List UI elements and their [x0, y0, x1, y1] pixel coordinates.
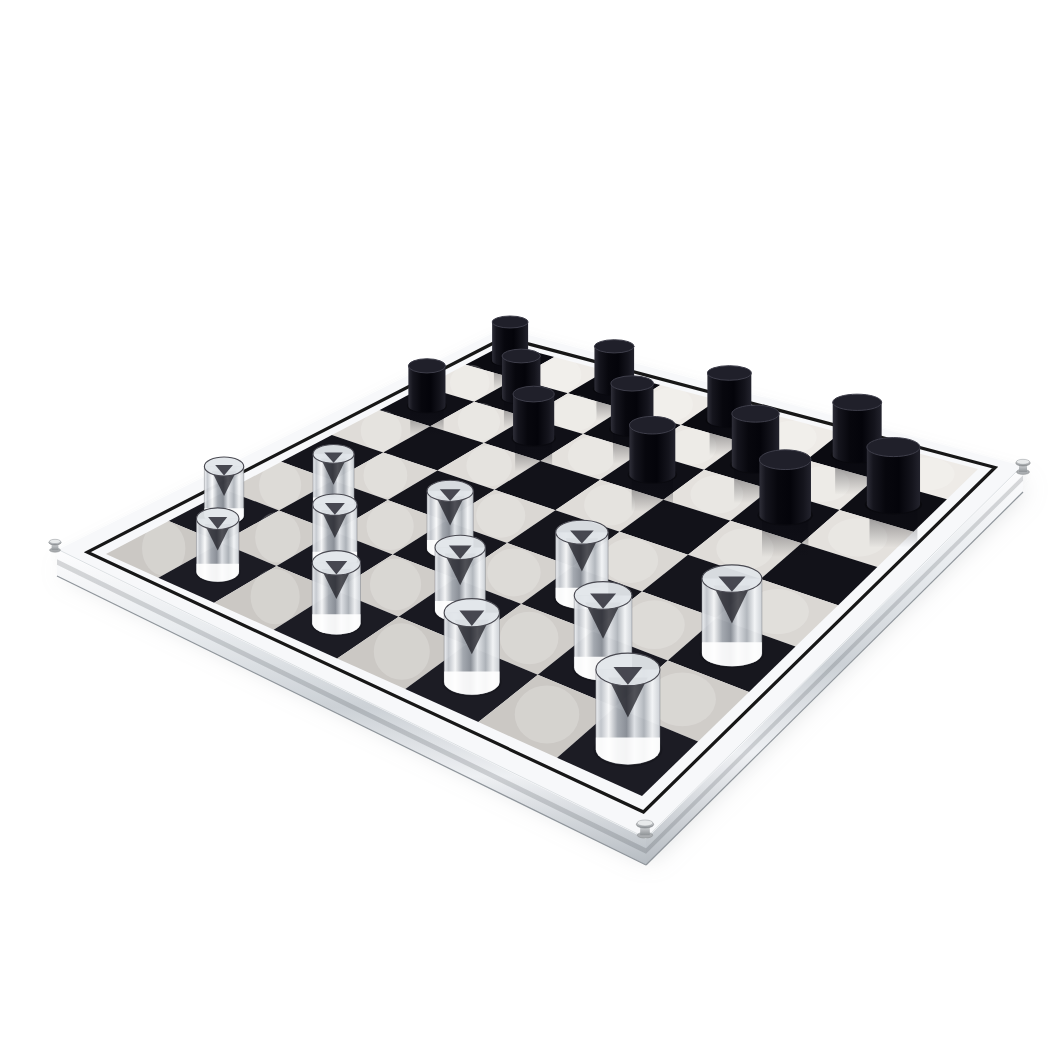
checker-piece-white[interactable] [196, 508, 238, 582]
square-sheen [624, 600, 685, 649]
square-sheen [458, 403, 500, 441]
checkers-board-scene [0, 0, 1060, 1060]
square-sheen [374, 623, 430, 680]
checker-piece-black[interactable] [629, 416, 675, 482]
product-photo-stage [0, 0, 1060, 1060]
square-sheen [584, 484, 635, 525]
checker-piece-black[interactable] [408, 359, 445, 413]
square-sheen [367, 503, 414, 550]
square-sheen [255, 512, 300, 563]
checker-piece-white[interactable] [312, 551, 360, 635]
square-sheen [450, 365, 490, 401]
checker-piece-white[interactable] [444, 599, 499, 695]
corner-screw [49, 539, 61, 552]
checker-piece-black[interactable] [513, 386, 554, 446]
square-sheen [251, 569, 300, 624]
square-sheen [363, 454, 407, 498]
square-sheen [540, 358, 581, 392]
square-sheen [603, 538, 658, 583]
square-sheen [553, 395, 597, 431]
checker-piece-white[interactable] [596, 653, 660, 764]
square-sheen [466, 445, 512, 486]
square-sheen [361, 410, 402, 451]
checker-piece-black[interactable] [867, 438, 920, 514]
square-sheen [568, 437, 615, 475]
square-sheen [370, 559, 421, 611]
checker-piece-black[interactable] [759, 450, 811, 525]
square-sheen [487, 548, 540, 596]
checker-piece-white[interactable] [702, 565, 762, 666]
square-sheen [500, 612, 558, 665]
square-sheen [515, 685, 580, 743]
square-sheen [476, 493, 525, 537]
